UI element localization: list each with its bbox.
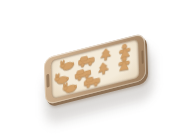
cookie-truck [84, 74, 101, 89]
product-photo [0, 0, 189, 140]
handle-slot-right [141, 50, 144, 64]
angel-cookie-shape [117, 54, 131, 72]
handle-slot-left [46, 74, 49, 88]
cookie-angel [117, 54, 131, 72]
truck-cookie-shape [84, 74, 101, 89]
